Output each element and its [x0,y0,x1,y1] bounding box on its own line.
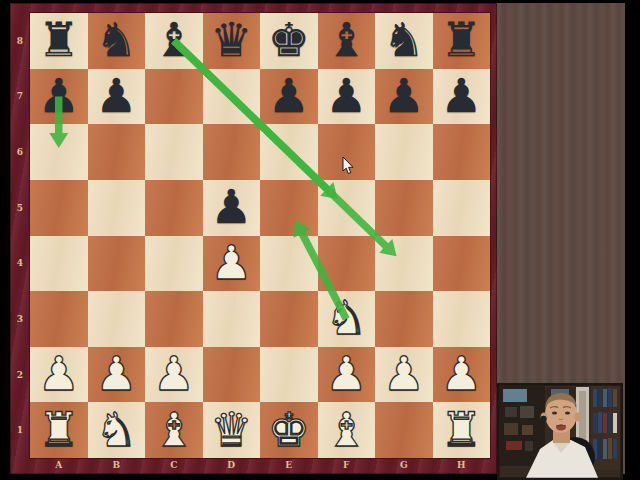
square-d5[interactable]: ♟ [203,180,261,236]
white-bishop-c1[interactable]: ♝ [153,406,195,453]
white-pawn-d4[interactable]: ♟ [210,239,252,286]
square-f2[interactable]: ♟ [318,347,376,403]
square-d2[interactable] [203,347,261,403]
square-h3[interactable] [433,291,491,347]
square-f3[interactable]: ♞ [318,291,376,347]
square-f8[interactable]: ♝ [318,13,376,69]
square-d8[interactable]: ♛ [203,13,261,69]
rank-label-6: 6 [10,147,30,157]
square-h7[interactable]: ♟ [433,69,491,125]
square-h8[interactable]: ♜ [433,13,491,69]
white-pawn-a2[interactable]: ♟ [38,350,80,397]
square-g7[interactable]: ♟ [375,69,433,125]
square-b4[interactable] [88,236,146,292]
black-pawn-b7[interactable]: ♟ [95,72,137,119]
square-d6[interactable] [203,124,261,180]
square-c8[interactable]: ♝ [145,13,203,69]
rank-label-4: 4 [10,258,30,268]
square-e2[interactable] [260,347,318,403]
square-b5[interactable] [88,180,146,236]
square-e7[interactable]: ♟ [260,69,318,125]
square-a8[interactable]: ♜ [30,13,88,69]
square-g4[interactable] [375,236,433,292]
square-g8[interactable]: ♞ [375,13,433,69]
rank-label-1: 1 [10,425,30,435]
file-label-a: A [30,460,88,474]
square-b3[interactable] [88,291,146,347]
file-label-d: D [203,460,261,474]
black-bishop-f8[interactable]: ♝ [325,16,367,63]
black-pawn-g7[interactable]: ♟ [383,72,425,119]
white-knight-f3[interactable]: ♞ [325,294,367,341]
square-c6[interactable] [145,124,203,180]
square-d1[interactable]: ♛ [203,402,261,458]
rank-label-7: 7 [10,91,30,101]
square-h5[interactable] [433,180,491,236]
black-knight-b8[interactable]: ♞ [95,16,137,63]
black-pawn-e7[interactable]: ♟ [268,72,310,119]
black-bishop-c8[interactable]: ♝ [153,16,195,63]
black-pawn-a7[interactable]: ♟ [38,72,80,119]
chess-board-frame: ♜♞♝♛♚♝♞♜♟♟♟♟♟♟♟♟♞♟♟♟♟♟♟♜♞♝♛♚♝♜ 87654321 … [10,3,497,474]
black-knight-g8[interactable]: ♞ [383,16,425,63]
square-f4[interactable] [318,236,376,292]
square-c3[interactable] [145,291,203,347]
rank-label-5: 5 [10,203,30,213]
white-pawn-c2[interactable]: ♟ [153,350,195,397]
square-b1[interactable]: ♞ [88,402,146,458]
file-label-f: F [318,460,376,474]
square-f5[interactable] [318,180,376,236]
file-label-g: G [375,460,433,474]
square-h1[interactable]: ♜ [433,402,491,458]
square-h4[interactable] [433,236,491,292]
rank-label-2: 2 [10,370,30,380]
presenter-webcam [497,383,623,480]
square-f7[interactable]: ♟ [318,69,376,125]
square-b8[interactable]: ♞ [88,13,146,69]
square-g5[interactable] [375,180,433,236]
square-c5[interactable] [145,180,203,236]
white-queen-d1[interactable]: ♛ [210,406,252,453]
chess-board: ♜♞♝♛♚♝♞♜♟♟♟♟♟♟♟♟♞♟♟♟♟♟♟♜♞♝♛♚♝♜ [30,13,490,458]
white-rook-h1[interactable]: ♜ [440,406,482,453]
square-a2[interactable]: ♟ [30,347,88,403]
white-knight-b1[interactable]: ♞ [95,406,137,453]
square-e4[interactable] [260,236,318,292]
black-king-e8[interactable]: ♚ [268,16,310,63]
square-h2[interactable]: ♟ [433,347,491,403]
square-c1[interactable]: ♝ [145,402,203,458]
white-pawn-f2[interactable]: ♟ [325,350,367,397]
white-king-e1[interactable]: ♚ [268,406,310,453]
square-a7[interactable]: ♟ [30,69,88,125]
square-e6[interactable] [260,124,318,180]
black-rook-a8[interactable]: ♜ [38,16,80,63]
white-pawn-b2[interactable]: ♟ [95,350,137,397]
square-h6[interactable] [433,124,491,180]
square-d3[interactable] [203,291,261,347]
file-label-c: C [145,460,203,474]
square-g1[interactable] [375,402,433,458]
square-b6[interactable] [88,124,146,180]
square-d7[interactable] [203,69,261,125]
black-pawn-f7[interactable]: ♟ [325,72,367,119]
square-f1[interactable]: ♝ [318,402,376,458]
square-g6[interactable] [375,124,433,180]
square-f6[interactable] [318,124,376,180]
black-pawn-d5[interactable]: ♟ [210,183,252,230]
white-rook-a1[interactable]: ♜ [38,406,80,453]
square-b7[interactable]: ♟ [88,69,146,125]
file-label-b: B [88,460,146,474]
black-pawn-h7[interactable]: ♟ [440,72,482,119]
square-c2[interactable]: ♟ [145,347,203,403]
square-d4[interactable]: ♟ [203,236,261,292]
white-bishop-f1[interactable]: ♝ [325,406,367,453]
square-e5[interactable] [260,180,318,236]
square-a5[interactable] [30,180,88,236]
black-rook-h8[interactable]: ♜ [440,16,482,63]
white-pawn-h2[interactable]: ♟ [440,350,482,397]
square-e8[interactable]: ♚ [260,13,318,69]
file-label-e: E [260,460,318,474]
square-a1[interactable]: ♜ [30,402,88,458]
black-queen-d8[interactable]: ♛ [210,16,252,63]
square-c4[interactable] [145,236,203,292]
white-pawn-g2[interactable]: ♟ [383,350,425,397]
square-e1[interactable]: ♚ [260,402,318,458]
square-b2[interactable]: ♟ [88,347,146,403]
square-a6[interactable] [30,124,88,180]
square-a4[interactable] [30,236,88,292]
rank-label-3: 3 [10,314,30,324]
square-g3[interactable] [375,291,433,347]
square-e3[interactable] [260,291,318,347]
file-label-h: H [433,460,491,474]
webcam-video [497,383,623,480]
square-a3[interactable] [30,291,88,347]
square-c7[interactable] [145,69,203,125]
rank-label-8: 8 [10,36,30,46]
video-frame: ♜♞♝♛♚♝♞♜♟♟♟♟♟♟♟♟♞♟♟♟♟♟♟♜♞♝♛♚♝♜ 87654321 … [0,0,640,480]
square-g2[interactable]: ♟ [375,347,433,403]
